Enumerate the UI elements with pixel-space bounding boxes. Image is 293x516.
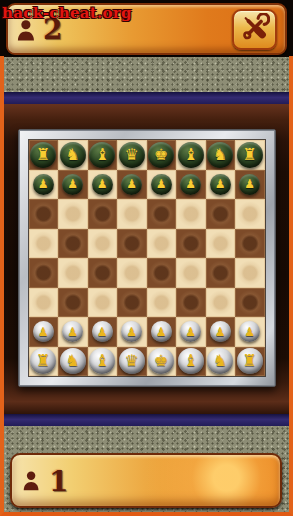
- piece-white-queen: ♛: [119, 348, 145, 374]
- square-h7[interactable]: ♟: [235, 170, 265, 200]
- square-e6[interactable]: [147, 199, 177, 229]
- piece-glyph: ♟: [67, 178, 78, 190]
- square-c2[interactable]: ♟: [88, 317, 118, 347]
- piece-black-bishop: ♝: [178, 142, 204, 168]
- square-f6[interactable]: [176, 199, 206, 229]
- square-a5[interactable]: [29, 229, 59, 259]
- piece-glyph: ♞: [213, 353, 227, 369]
- square-d3[interactable]: [117, 288, 147, 318]
- square-a3[interactable]: [29, 288, 59, 318]
- square-b6[interactable]: [58, 199, 88, 229]
- square-a1[interactable]: ♜: [29, 347, 59, 377]
- piece-glyph: ♞: [66, 353, 80, 369]
- piece-black-pawn: ♟: [151, 174, 172, 195]
- piece-glyph: ♜: [36, 147, 50, 163]
- piece-glyph: ♛: [125, 147, 139, 163]
- square-f5[interactable]: [176, 229, 206, 259]
- person-icon: [22, 469, 47, 495]
- piece-glyph: ♛: [125, 353, 139, 369]
- square-g8[interactable]: ♞: [206, 140, 236, 170]
- player-count: 1: [49, 468, 68, 496]
- piece-glyph: ♟: [185, 178, 196, 190]
- square-h8[interactable]: ♜: [235, 140, 265, 170]
- chess-board: ♜♞♝♛♚♝♞♜♟♟♟♟♟♟♟♟♟♟♟♟♟♟♟♟♜♞♝♛♚♝♞♜: [29, 140, 265, 376]
- piece-black-pawn: ♟: [210, 174, 231, 195]
- players-count: 2: [43, 16, 62, 44]
- piece-white-pawn: ♟: [151, 321, 172, 342]
- square-d6[interactable]: [117, 199, 147, 229]
- screwdriver-wrench-icon: [240, 13, 270, 45]
- square-c6[interactable]: [88, 199, 118, 229]
- piece-white-knight: ♞: [60, 348, 86, 374]
- square-h1[interactable]: ♜: [235, 347, 265, 377]
- piece-black-rook: ♜: [30, 142, 56, 168]
- square-c1[interactable]: ♝: [88, 347, 118, 377]
- piece-black-rook: ♜: [237, 142, 263, 168]
- square-f4[interactable]: [176, 258, 206, 288]
- piece-glyph: ♟: [244, 326, 255, 338]
- square-d8[interactable]: ♛: [117, 140, 147, 170]
- piece-white-pawn: ♟: [92, 321, 113, 342]
- square-b5[interactable]: [58, 229, 88, 259]
- square-e3[interactable]: [147, 288, 177, 318]
- square-b2[interactable]: ♟: [58, 317, 88, 347]
- square-c3[interactable]: [88, 288, 118, 318]
- app-screen: hack-cheat.org 2: [0, 0, 293, 516]
- square-d2[interactable]: ♟: [117, 317, 147, 347]
- square-d4[interactable]: [117, 258, 147, 288]
- piece-white-pawn: ♟: [121, 321, 142, 342]
- board-frame: ♜♞♝♛♚♝♞♜♟♟♟♟♟♟♟♟♟♟♟♟♟♟♟♟♜♞♝♛♚♝♞♜: [18, 129, 276, 387]
- piece-glyph: ♟: [126, 178, 137, 190]
- divider-strip-bottom: [0, 414, 293, 426]
- background-texture-bottom: 1: [0, 426, 293, 516]
- square-c8[interactable]: ♝: [88, 140, 118, 170]
- square-h3[interactable]: [235, 288, 265, 318]
- square-a6[interactable]: [29, 199, 59, 229]
- settings-button[interactable]: [232, 9, 277, 50]
- piece-glyph: ♝: [184, 353, 198, 369]
- top-section: 2: [0, 0, 293, 57]
- piece-glyph: ♝: [95, 353, 109, 369]
- piece-white-pawn: ♟: [180, 321, 201, 342]
- piece-glyph: ♟: [67, 326, 78, 338]
- square-f7[interactable]: ♟: [176, 170, 206, 200]
- piece-glyph: ♜: [36, 353, 50, 369]
- piece-black-king: ♚: [148, 142, 174, 168]
- piece-white-bishop: ♝: [89, 348, 115, 374]
- piece-glyph: ♟: [215, 326, 226, 338]
- piece-black-pawn: ♟: [121, 174, 142, 195]
- square-h5[interactable]: [235, 229, 265, 259]
- piece-white-pawn: ♟: [62, 321, 83, 342]
- square-d1[interactable]: ♛: [117, 347, 147, 377]
- square-g2[interactable]: ♟: [206, 317, 236, 347]
- piece-glyph: ♟: [244, 178, 255, 190]
- piece-white-pawn: ♟: [210, 321, 231, 342]
- square-f8[interactable]: ♝: [176, 140, 206, 170]
- square-f3[interactable]: [176, 288, 206, 318]
- piece-black-knight: ♞: [207, 142, 233, 168]
- piece-black-pawn: ♟: [180, 174, 201, 195]
- piece-glyph: ♚: [154, 147, 168, 163]
- square-a7[interactable]: ♟: [29, 170, 59, 200]
- piece-glyph: ♞: [213, 147, 227, 163]
- square-g5[interactable]: [206, 229, 236, 259]
- piece-white-knight: ♞: [207, 348, 233, 374]
- square-d7[interactable]: ♟: [117, 170, 147, 200]
- piece-glyph: ♟: [215, 178, 226, 190]
- piece-glyph: ♟: [126, 326, 137, 338]
- square-g3[interactable]: [206, 288, 236, 318]
- piece-white-pawn: ♟: [239, 321, 260, 342]
- square-g1[interactable]: ♞: [206, 347, 236, 377]
- square-e7[interactable]: ♟: [147, 170, 177, 200]
- square-a8[interactable]: ♜: [29, 140, 59, 170]
- piece-glyph: ♟: [97, 178, 108, 190]
- square-a2[interactable]: ♟: [29, 317, 59, 347]
- background-texture-top: [0, 57, 293, 92]
- piece-white-pawn: ♟: [33, 321, 54, 342]
- piece-glyph: ♞: [66, 147, 80, 163]
- square-e5[interactable]: [147, 229, 177, 259]
- piece-black-pawn: ♟: [33, 174, 54, 195]
- top-player-bar[interactable]: 2: [6, 3, 287, 55]
- square-c4[interactable]: [88, 258, 118, 288]
- square-h2[interactable]: ♟: [235, 317, 265, 347]
- bottom-player-bar[interactable]: 1: [10, 453, 282, 508]
- piece-glyph: ♜: [243, 147, 257, 163]
- piece-glyph: ♟: [38, 326, 49, 338]
- piece-glyph: ♚: [154, 353, 168, 369]
- piece-glyph: ♟: [185, 326, 196, 338]
- piece-glyph: ♜: [243, 353, 257, 369]
- piece-glyph: ♝: [95, 147, 109, 163]
- piece-black-knight: ♞: [60, 142, 86, 168]
- square-g4[interactable]: [206, 258, 236, 288]
- piece-glyph: ♟: [38, 178, 49, 190]
- divider-strip-top: [0, 92, 293, 104]
- piece-white-bishop: ♝: [178, 348, 204, 374]
- square-f2[interactable]: ♟: [176, 317, 206, 347]
- square-a4[interactable]: [29, 258, 59, 288]
- piece-glyph: ♟: [97, 326, 108, 338]
- piece-black-bishop: ♝: [89, 142, 115, 168]
- piece-white-rook: ♜: [30, 348, 56, 374]
- square-c7[interactable]: ♟: [88, 170, 118, 200]
- square-b4[interactable]: [58, 258, 88, 288]
- square-e2[interactable]: ♟: [147, 317, 177, 347]
- square-c5[interactable]: [88, 229, 118, 259]
- square-d5[interactable]: [117, 229, 147, 259]
- square-b3[interactable]: [58, 288, 88, 318]
- square-h4[interactable]: [235, 258, 265, 288]
- table-background: ♜♞♝♛♚♝♞♜♟♟♟♟♟♟♟♟♟♟♟♟♟♟♟♟♜♞♝♛♚♝♞♜: [0, 104, 293, 414]
- person-icon: [16, 18, 41, 44]
- piece-white-rook: ♜: [237, 348, 263, 374]
- piece-black-pawn: ♟: [62, 174, 83, 195]
- square-e4[interactable]: [147, 258, 177, 288]
- piece-glyph: ♟: [156, 326, 167, 338]
- square-f1[interactable]: ♝: [176, 347, 206, 377]
- piece-black-pawn: ♟: [92, 174, 113, 195]
- square-e8[interactable]: ♚: [147, 140, 177, 170]
- square-b1[interactable]: ♞: [58, 347, 88, 377]
- piece-glyph: ♝: [184, 147, 198, 163]
- square-e1[interactable]: ♚: [147, 347, 177, 377]
- square-b8[interactable]: ♞: [58, 140, 88, 170]
- square-h6[interactable]: [235, 199, 265, 229]
- piece-glyph: ♟: [156, 178, 167, 190]
- square-g7[interactable]: ♟: [206, 170, 236, 200]
- square-b7[interactable]: ♟: [58, 170, 88, 200]
- piece-white-king: ♚: [148, 348, 174, 374]
- piece-black-queen: ♛: [119, 142, 145, 168]
- square-g6[interactable]: [206, 199, 236, 229]
- piece-black-pawn: ♟: [239, 174, 260, 195]
